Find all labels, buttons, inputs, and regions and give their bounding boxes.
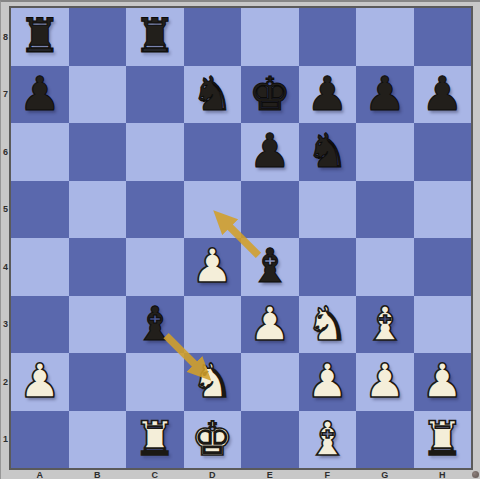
square-d4[interactable]: ♟ xyxy=(184,238,242,296)
square-e2[interactable] xyxy=(241,353,299,411)
square-a1[interactable] xyxy=(11,411,69,469)
square-a7[interactable]: ♟ xyxy=(11,66,69,124)
square-h4[interactable] xyxy=(414,238,472,296)
square-c8[interactable]: ♜ xyxy=(126,8,184,66)
piece-black-rook-a8[interactable]: ♜ xyxy=(19,12,61,59)
square-h7[interactable]: ♟ xyxy=(414,66,472,124)
piece-white-rook-h1[interactable]: ♜ xyxy=(421,415,463,462)
piece-white-pawn-h2[interactable]: ♟ xyxy=(421,357,463,404)
square-g5[interactable] xyxy=(356,181,414,239)
square-g6[interactable] xyxy=(356,123,414,181)
piece-white-rook-c1[interactable]: ♜ xyxy=(134,415,176,462)
square-d2[interactable]: ♞ xyxy=(184,353,242,411)
board-grid[interactable]: ♜♜♟♞♚♟♟♟♟♞♟♝♝♟♞♝♟♞♟♟♟♜♚♝♜ xyxy=(11,8,471,468)
piece-white-pawn-f2[interactable]: ♟ xyxy=(306,357,348,404)
square-f1[interactable]: ♝ xyxy=(299,411,357,469)
square-e8[interactable] xyxy=(241,8,299,66)
piece-black-pawn-h7[interactable]: ♟ xyxy=(421,70,463,117)
square-e7[interactable]: ♚ xyxy=(241,66,299,124)
piece-black-pawn-a7[interactable]: ♟ xyxy=(19,70,61,117)
square-g4[interactable] xyxy=(356,238,414,296)
square-a5[interactable] xyxy=(11,181,69,239)
square-b4[interactable] xyxy=(69,238,127,296)
square-h2[interactable]: ♟ xyxy=(414,353,472,411)
square-c5[interactable] xyxy=(126,181,184,239)
file-label-h: H xyxy=(414,469,472,479)
piece-white-knight-f3[interactable]: ♞ xyxy=(306,300,348,347)
square-f4[interactable] xyxy=(299,238,357,296)
piece-white-pawn-g2[interactable]: ♟ xyxy=(364,357,406,404)
piece-white-bishop-g3[interactable]: ♝ xyxy=(364,300,406,347)
square-f8[interactable] xyxy=(299,8,357,66)
square-h3[interactable] xyxy=(414,296,472,354)
square-b2[interactable] xyxy=(69,353,127,411)
piece-white-pawn-a2[interactable]: ♟ xyxy=(19,357,61,404)
square-a2[interactable]: ♟ xyxy=(11,353,69,411)
square-g3[interactable]: ♝ xyxy=(356,296,414,354)
square-d6[interactable] xyxy=(184,123,242,181)
file-label-g: G xyxy=(356,469,414,479)
chess-board[interactable]: ♜♜♟♞♚♟♟♟♟♞♟♝♝♟♞♝♟♞♟♟♟♜♚♝♜ xyxy=(9,6,473,470)
file-label-e: E xyxy=(241,469,299,479)
piece-black-bishop-c3[interactable]: ♝ xyxy=(134,300,176,347)
file-label-a: A xyxy=(11,469,69,479)
square-d8[interactable] xyxy=(184,8,242,66)
square-f3[interactable]: ♞ xyxy=(299,296,357,354)
square-g8[interactable] xyxy=(356,8,414,66)
square-b3[interactable] xyxy=(69,296,127,354)
piece-black-rook-c8[interactable]: ♜ xyxy=(134,12,176,59)
square-d1[interactable]: ♚ xyxy=(184,411,242,469)
square-e1[interactable] xyxy=(241,411,299,469)
square-h8[interactable] xyxy=(414,8,472,66)
square-h1[interactable]: ♜ xyxy=(414,411,472,469)
square-b1[interactable] xyxy=(69,411,127,469)
square-f6[interactable]: ♞ xyxy=(299,123,357,181)
square-e3[interactable]: ♟ xyxy=(241,296,299,354)
file-label-c: C xyxy=(126,469,184,479)
square-a6[interactable] xyxy=(11,123,69,181)
square-f2[interactable]: ♟ xyxy=(299,353,357,411)
square-g1[interactable] xyxy=(356,411,414,469)
piece-white-pawn-e3[interactable]: ♟ xyxy=(249,300,291,347)
square-g7[interactable]: ♟ xyxy=(356,66,414,124)
square-b5[interactable] xyxy=(69,181,127,239)
file-labels: ABCDEFGH xyxy=(11,469,471,479)
square-a3[interactable] xyxy=(11,296,69,354)
chess-board-window: 87654321 ♜♜♟♞♚♟♟♟♟♞♟♝♝♟♞♝♟♞♟♟♟♜♚♝♜ ABCDE… xyxy=(0,0,480,479)
piece-black-knight-f6[interactable]: ♞ xyxy=(306,127,348,174)
square-c1[interactable]: ♜ xyxy=(126,411,184,469)
square-d7[interactable]: ♞ xyxy=(184,66,242,124)
square-a8[interactable]: ♜ xyxy=(11,8,69,66)
square-h6[interactable] xyxy=(414,123,472,181)
piece-black-bishop-e4[interactable]: ♝ xyxy=(249,242,291,289)
piece-white-knight-d2[interactable]: ♞ xyxy=(191,357,233,404)
square-e6[interactable]: ♟ xyxy=(241,123,299,181)
square-b7[interactable] xyxy=(69,66,127,124)
square-d5[interactable] xyxy=(184,181,242,239)
piece-black-pawn-g7[interactable]: ♟ xyxy=(364,70,406,117)
piece-black-knight-d7[interactable]: ♞ xyxy=(191,70,233,117)
square-c4[interactable] xyxy=(126,238,184,296)
square-e4[interactable]: ♝ xyxy=(241,238,299,296)
file-label-f: F xyxy=(299,469,357,479)
piece-white-king-d1[interactable]: ♚ xyxy=(191,415,233,462)
square-d3[interactable] xyxy=(184,296,242,354)
square-e5[interactable] xyxy=(241,181,299,239)
file-label-d: D xyxy=(184,469,242,479)
square-f7[interactable]: ♟ xyxy=(299,66,357,124)
square-f5[interactable] xyxy=(299,181,357,239)
square-g2[interactable]: ♟ xyxy=(356,353,414,411)
piece-white-pawn-d4[interactable]: ♟ xyxy=(191,242,233,289)
square-c7[interactable] xyxy=(126,66,184,124)
square-b8[interactable] xyxy=(69,8,127,66)
piece-white-bishop-f1[interactable]: ♝ xyxy=(306,415,348,462)
file-label-b: B xyxy=(69,469,127,479)
piece-black-pawn-e6[interactable]: ♟ xyxy=(249,127,291,174)
square-b6[interactable] xyxy=(69,123,127,181)
square-c6[interactable] xyxy=(126,123,184,181)
square-c2[interactable] xyxy=(126,353,184,411)
logo-dot xyxy=(472,471,479,478)
piece-black-pawn-f7[interactable]: ♟ xyxy=(306,70,348,117)
square-h5[interactable] xyxy=(414,181,472,239)
square-a4[interactable] xyxy=(11,238,69,296)
square-c3[interactable]: ♝ xyxy=(126,296,184,354)
piece-black-king-e7[interactable]: ♚ xyxy=(249,70,291,117)
